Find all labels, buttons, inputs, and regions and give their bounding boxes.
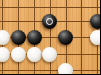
- white-stone: [27, 47, 42, 62]
- grid-line-vertical-6: [81, 0, 82, 74]
- black-stone: [27, 30, 42, 45]
- grid-line-horizontal-1: [0, 7, 100, 8]
- black-stone: [90, 14, 101, 29]
- white-stone: [58, 63, 73, 75]
- go-board[interactable]: [0, 0, 100, 74]
- white-stone: [0, 30, 10, 45]
- last-move-marker: [46, 18, 53, 25]
- black-stone: [11, 30, 26, 45]
- white-stone: [11, 47, 26, 62]
- grid-line-vertical-4: [50, 0, 51, 74]
- white-stone: [42, 47, 57, 62]
- marked-black-stone: [42, 14, 57, 29]
- grid-line-horizontal-5: [0, 70, 100, 71]
- screenshot: [0, 0, 100, 74]
- white-stone: [90, 30, 101, 45]
- white-stone: [0, 47, 10, 62]
- black-stone: [58, 30, 73, 45]
